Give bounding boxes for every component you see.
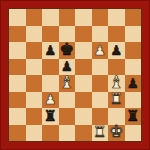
square-a7[interactable] [9, 26, 26, 43]
square-g8[interactable] [108, 9, 125, 26]
square-h7[interactable] [125, 26, 142, 43]
square-e4[interactable] [75, 75, 92, 92]
square-b2[interactable] [26, 108, 43, 125]
square-f8[interactable] [92, 9, 109, 26]
square-h5[interactable] [125, 59, 142, 76]
square-f7[interactable] [92, 26, 109, 43]
white-pawn-f6[interactable]: ♟ [94, 44, 106, 58]
square-f4[interactable] [92, 75, 109, 92]
square-h2[interactable]: ♜ [125, 108, 142, 125]
square-b8[interactable] [26, 9, 43, 26]
square-d6[interactable]: ♚ [59, 42, 76, 59]
square-c2[interactable]: ♜ [42, 108, 59, 125]
square-a1[interactable] [9, 125, 26, 142]
white-bishop-d4[interactable]: ♝ [59, 74, 74, 91]
square-c6[interactable]: ♟ [42, 42, 59, 59]
square-g3[interactable]: ♜ [108, 92, 125, 109]
square-h1[interactable] [125, 125, 142, 142]
square-c4[interactable] [42, 75, 59, 92]
white-rook-f1[interactable]: ♜ [93, 125, 106, 140]
square-a4[interactable] [9, 75, 26, 92]
black-rook-h2[interactable]: ♜ [126, 109, 139, 124]
square-h6[interactable] [125, 42, 142, 59]
square-e5[interactable] [75, 59, 92, 76]
white-rook-g3[interactable]: ♜ [110, 92, 123, 107]
square-d8[interactable] [59, 9, 76, 26]
square-c1[interactable] [42, 125, 59, 142]
square-d2[interactable] [59, 108, 76, 125]
square-g1[interactable]: ♚ [108, 125, 125, 142]
square-h4[interactable]: ♟ [125, 75, 142, 92]
square-a2[interactable] [9, 108, 26, 125]
black-pawn-g6[interactable]: ♟ [110, 44, 122, 58]
square-b1[interactable] [26, 125, 43, 142]
chess-board: ♟♚♟♟♟♝♝♟♟♜♜♜♜♚ [9, 9, 141, 141]
square-d1[interactable] [59, 125, 76, 142]
square-e1[interactable] [75, 125, 92, 142]
white-bishop-g4[interactable]: ♝ [109, 74, 124, 91]
square-e7[interactable] [75, 26, 92, 43]
square-e3[interactable] [75, 92, 92, 109]
black-rook-c2[interactable]: ♜ [44, 109, 57, 124]
square-a5[interactable] [9, 59, 26, 76]
square-f1[interactable]: ♜ [92, 125, 109, 142]
square-a8[interactable] [9, 9, 26, 26]
white-pawn-c3[interactable]: ♟ [44, 93, 56, 107]
square-c3[interactable]: ♟ [42, 92, 59, 109]
square-h3[interactable] [125, 92, 142, 109]
square-b6[interactable] [26, 42, 43, 59]
square-e2[interactable] [75, 108, 92, 125]
square-c5[interactable] [42, 59, 59, 76]
square-b4[interactable] [26, 75, 43, 92]
square-h8[interactable] [125, 9, 142, 26]
square-e6[interactable] [75, 42, 92, 59]
square-f2[interactable] [92, 108, 109, 125]
square-f5[interactable] [92, 59, 109, 76]
square-b5[interactable] [26, 59, 43, 76]
square-d3[interactable] [59, 92, 76, 109]
square-e8[interactable] [75, 9, 92, 26]
square-d4[interactable]: ♝ [59, 75, 76, 92]
square-g6[interactable]: ♟ [108, 42, 125, 59]
square-a6[interactable] [9, 42, 26, 59]
black-king-d6[interactable]: ♚ [59, 42, 74, 59]
black-pawn-h4[interactable]: ♟ [127, 77, 139, 91]
square-b3[interactable] [26, 92, 43, 109]
square-b7[interactable] [26, 26, 43, 43]
white-king-g1[interactable]: ♚ [109, 124, 124, 141]
square-f3[interactable] [92, 92, 109, 109]
board-frame: ♟♚♟♟♟♝♝♟♟♜♜♜♜♚ [0, 0, 150, 150]
square-f6[interactable]: ♟ [92, 42, 109, 59]
black-pawn-c6[interactable]: ♟ [44, 44, 56, 58]
square-c8[interactable] [42, 9, 59, 26]
square-a3[interactable] [9, 92, 26, 109]
square-g4[interactable]: ♝ [108, 75, 125, 92]
square-c7[interactable] [42, 26, 59, 43]
square-g7[interactable] [108, 26, 125, 43]
